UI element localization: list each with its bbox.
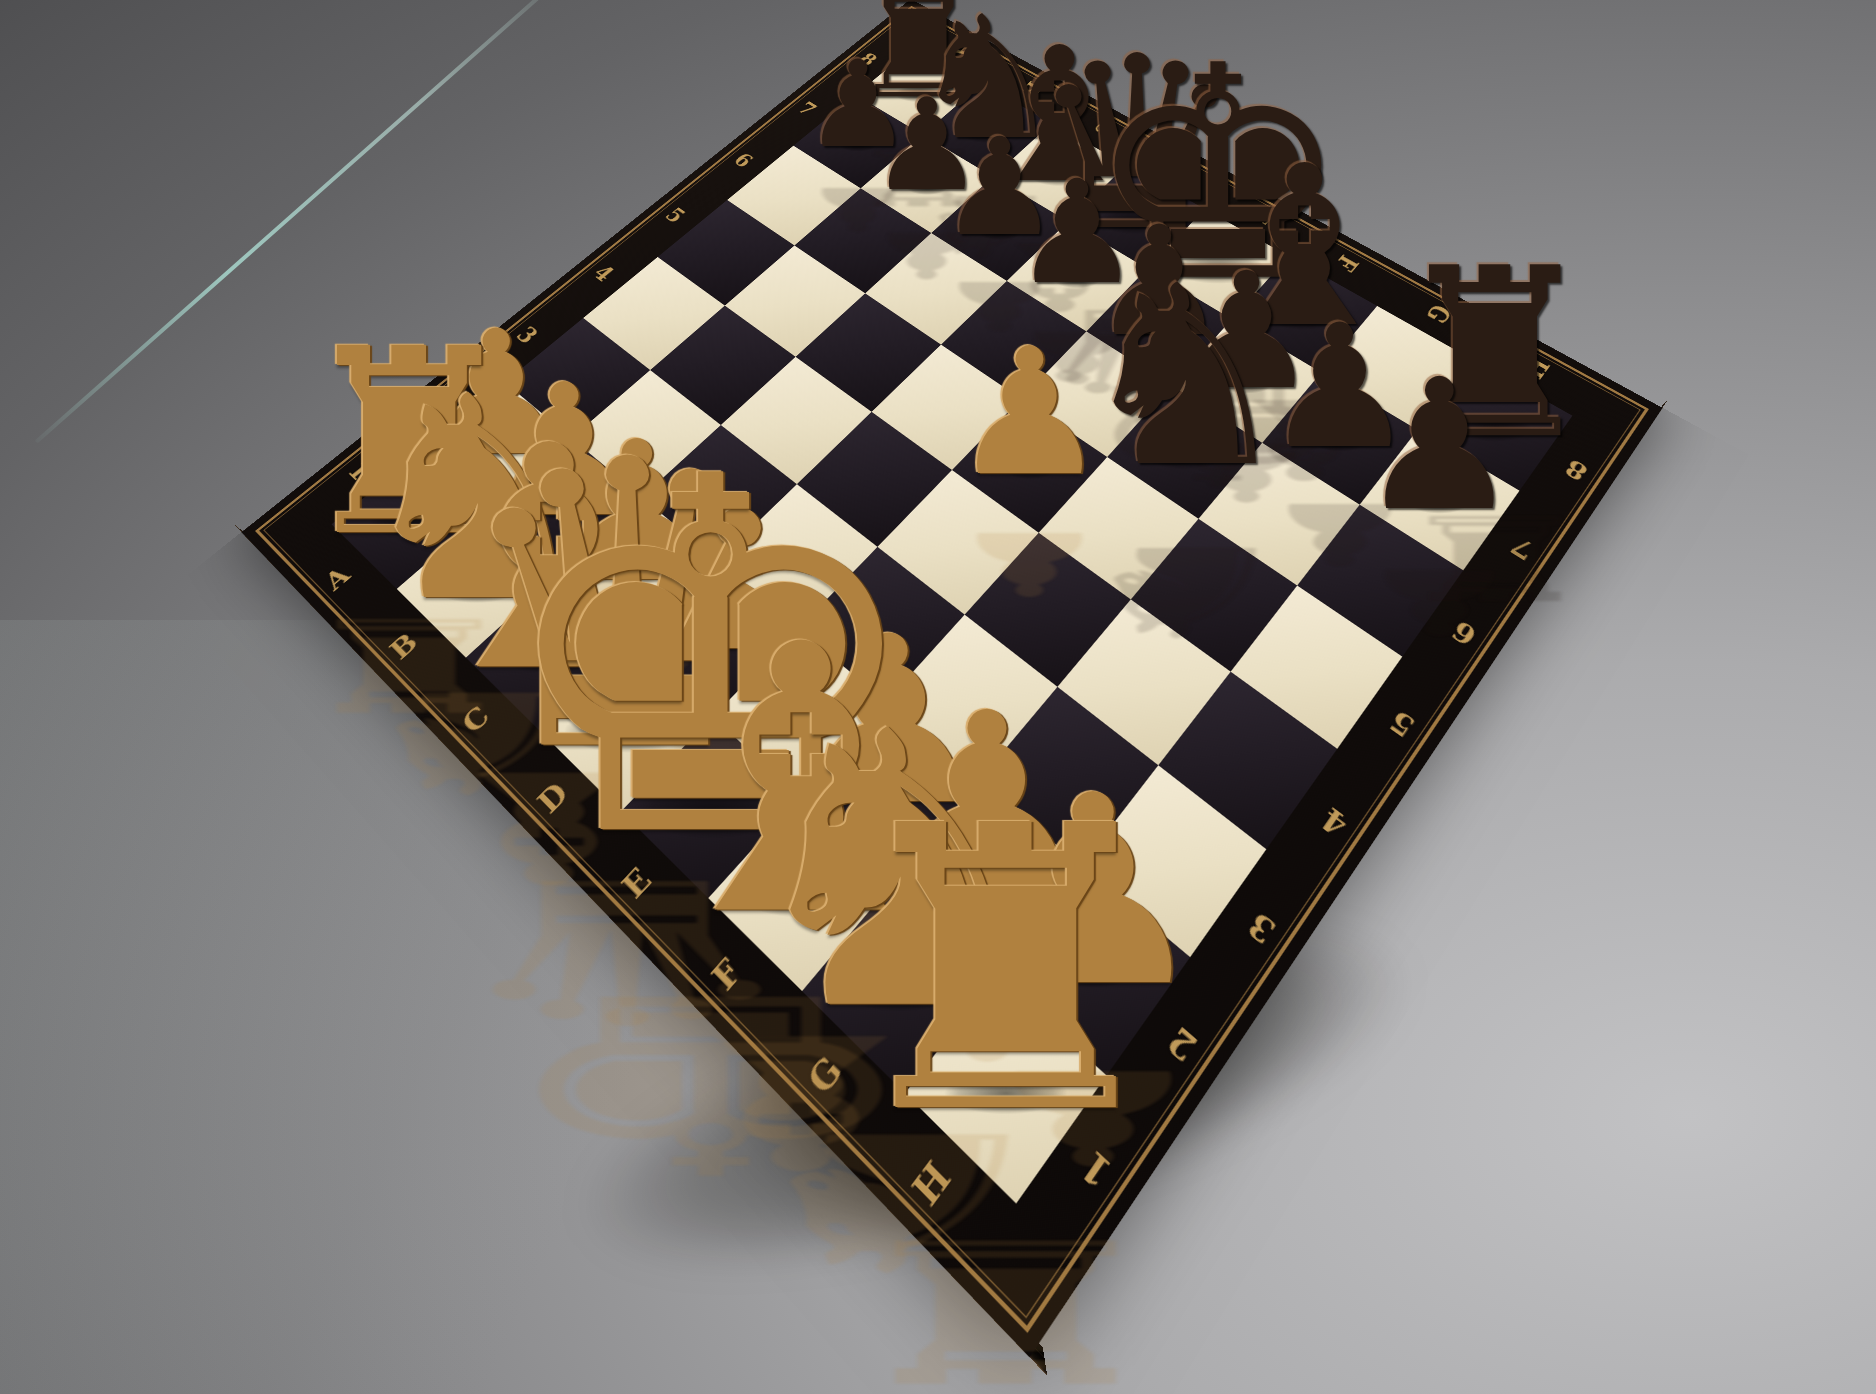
rank-label-right-3: 3 xyxy=(1236,901,1287,955)
piece-black-pawn-h7[interactable]: ♟ xyxy=(1358,355,1520,536)
piece-white-rook-h1[interactable]: ♜ xyxy=(830,776,1181,1168)
scene: ♞ ШАХМАТЫ КАРПОВА AA11BB22CC33DD44EE55FF… xyxy=(0,0,1876,1394)
pieces-layer: ♜♜♞♞♝♝♛♛♚♚♝♝♞♞♜♜♟♟♟♟♟♟♟♟♟♟♟♟♟♟♟♟♜♜♞♞♝♝♛♛… xyxy=(0,0,1876,1394)
rank-label-right-5: 5 xyxy=(1378,701,1425,747)
rank-label-right-6: 6 xyxy=(1442,612,1487,654)
piece-white-pawn-e5[interactable]: ♟ xyxy=(951,325,1108,500)
rank-label-right-4: 4 xyxy=(1310,797,1359,847)
rank-label-left-6: 6 xyxy=(726,148,760,173)
rank-label-left-5: 5 xyxy=(657,202,692,229)
rank-label-left-4: 4 xyxy=(585,259,621,287)
